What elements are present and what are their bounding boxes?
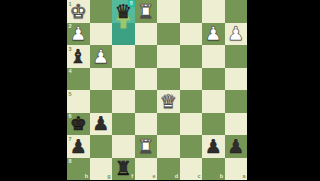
square-a5[interactable] bbox=[225, 90, 248, 113]
square-f5[interactable] bbox=[112, 90, 135, 113]
rank-label-8: 8 bbox=[69, 159, 72, 165]
square-d1[interactable] bbox=[157, 0, 180, 23]
square-d4[interactable] bbox=[157, 68, 180, 91]
file-label-g: g bbox=[107, 174, 110, 180]
square-f6[interactable] bbox=[112, 113, 135, 136]
square-a8[interactable]: a bbox=[225, 158, 248, 181]
square-c2[interactable] bbox=[180, 23, 203, 46]
piece-white-pawn[interactable]: ♟ bbox=[202, 23, 225, 46]
square-e3[interactable] bbox=[135, 45, 158, 68]
square-d3[interactable] bbox=[157, 45, 180, 68]
square-d7[interactable] bbox=[157, 135, 180, 158]
square-b3[interactable] bbox=[202, 45, 225, 68]
file-label-e: e bbox=[152, 174, 155, 180]
square-g8[interactable]: g bbox=[90, 158, 113, 181]
piece-white-rook[interactable]: ♜ bbox=[135, 0, 158, 23]
piece-black-pawn[interactable]: ♟ bbox=[225, 135, 248, 158]
piece-black-rook[interactable]: ♜ bbox=[112, 158, 135, 181]
chess-board: !! 12345678hgfedcba♚♛♜♟♟♟♝♟♛♚♟♟♜♟♟♜ bbox=[67, 0, 247, 180]
square-e8[interactable]: e bbox=[135, 158, 158, 181]
square-e2[interactable] bbox=[135, 23, 158, 46]
piece-white-pawn[interactable]: ♟ bbox=[67, 23, 90, 46]
square-g5[interactable] bbox=[90, 90, 113, 113]
square-f4[interactable] bbox=[112, 68, 135, 91]
square-c4[interactable] bbox=[180, 68, 203, 91]
brilliant-badge-label: !! bbox=[130, 1, 132, 6]
piece-black-pawn[interactable]: ♟ bbox=[90, 113, 113, 136]
piece-white-king[interactable]: ♚ bbox=[67, 0, 90, 23]
piece-white-pawn[interactable]: ♟ bbox=[225, 23, 248, 46]
square-h5[interactable]: 5 bbox=[67, 90, 90, 113]
brilliant-badge: !! bbox=[128, 0, 135, 7]
square-a6[interactable] bbox=[225, 113, 248, 136]
square-b8[interactable]: b bbox=[202, 158, 225, 181]
square-d2[interactable] bbox=[157, 23, 180, 46]
piece-black-pawn[interactable]: ♟ bbox=[202, 135, 225, 158]
square-c8[interactable]: c bbox=[180, 158, 203, 181]
square-h8[interactable]: 8h bbox=[67, 158, 90, 181]
square-d8[interactable]: d bbox=[157, 158, 180, 181]
video-frame: !! 12345678hgfedcba♚♛♜♟♟♟♝♟♛♚♟♟♜♟♟♜ bbox=[0, 0, 320, 180]
square-c1[interactable] bbox=[180, 0, 203, 23]
file-label-a: a bbox=[242, 174, 245, 180]
square-a1[interactable] bbox=[225, 0, 248, 23]
square-b6[interactable] bbox=[202, 113, 225, 136]
square-b4[interactable] bbox=[202, 68, 225, 91]
file-label-d: d bbox=[175, 174, 178, 180]
square-c6[interactable] bbox=[180, 113, 203, 136]
square-b1[interactable] bbox=[202, 0, 225, 23]
file-label-h: h bbox=[85, 174, 88, 180]
square-e5[interactable] bbox=[135, 90, 158, 113]
piece-black-bishop[interactable]: ♝ bbox=[67, 45, 90, 68]
square-c7[interactable] bbox=[180, 135, 203, 158]
square-g4[interactable] bbox=[90, 68, 113, 91]
square-b5[interactable] bbox=[202, 90, 225, 113]
rank-label-4: 4 bbox=[69, 69, 72, 75]
square-g7[interactable] bbox=[90, 135, 113, 158]
piece-white-pawn[interactable]: ♟ bbox=[90, 45, 113, 68]
square-g2[interactable] bbox=[90, 23, 113, 46]
square-c3[interactable] bbox=[180, 45, 203, 68]
square-f3[interactable] bbox=[112, 45, 135, 68]
square-e6[interactable] bbox=[135, 113, 158, 136]
square-f7[interactable] bbox=[112, 135, 135, 158]
piece-black-king[interactable]: ♚ bbox=[67, 113, 90, 136]
file-label-b: b bbox=[220, 174, 223, 180]
piece-white-queen[interactable]: ♛ bbox=[157, 90, 180, 113]
piece-black-pawn[interactable]: ♟ bbox=[67, 135, 90, 158]
square-c5[interactable] bbox=[180, 90, 203, 113]
piece-white-rook[interactable]: ♜ bbox=[135, 135, 158, 158]
square-f2[interactable] bbox=[112, 23, 135, 46]
rank-label-5: 5 bbox=[69, 92, 72, 98]
square-e4[interactable] bbox=[135, 68, 158, 91]
square-a4[interactable] bbox=[225, 68, 248, 91]
file-label-c: c bbox=[197, 174, 200, 180]
square-h4[interactable]: 4 bbox=[67, 68, 90, 91]
square-d6[interactable] bbox=[157, 113, 180, 136]
square-a3[interactable] bbox=[225, 45, 248, 68]
square-g1[interactable] bbox=[90, 0, 113, 23]
